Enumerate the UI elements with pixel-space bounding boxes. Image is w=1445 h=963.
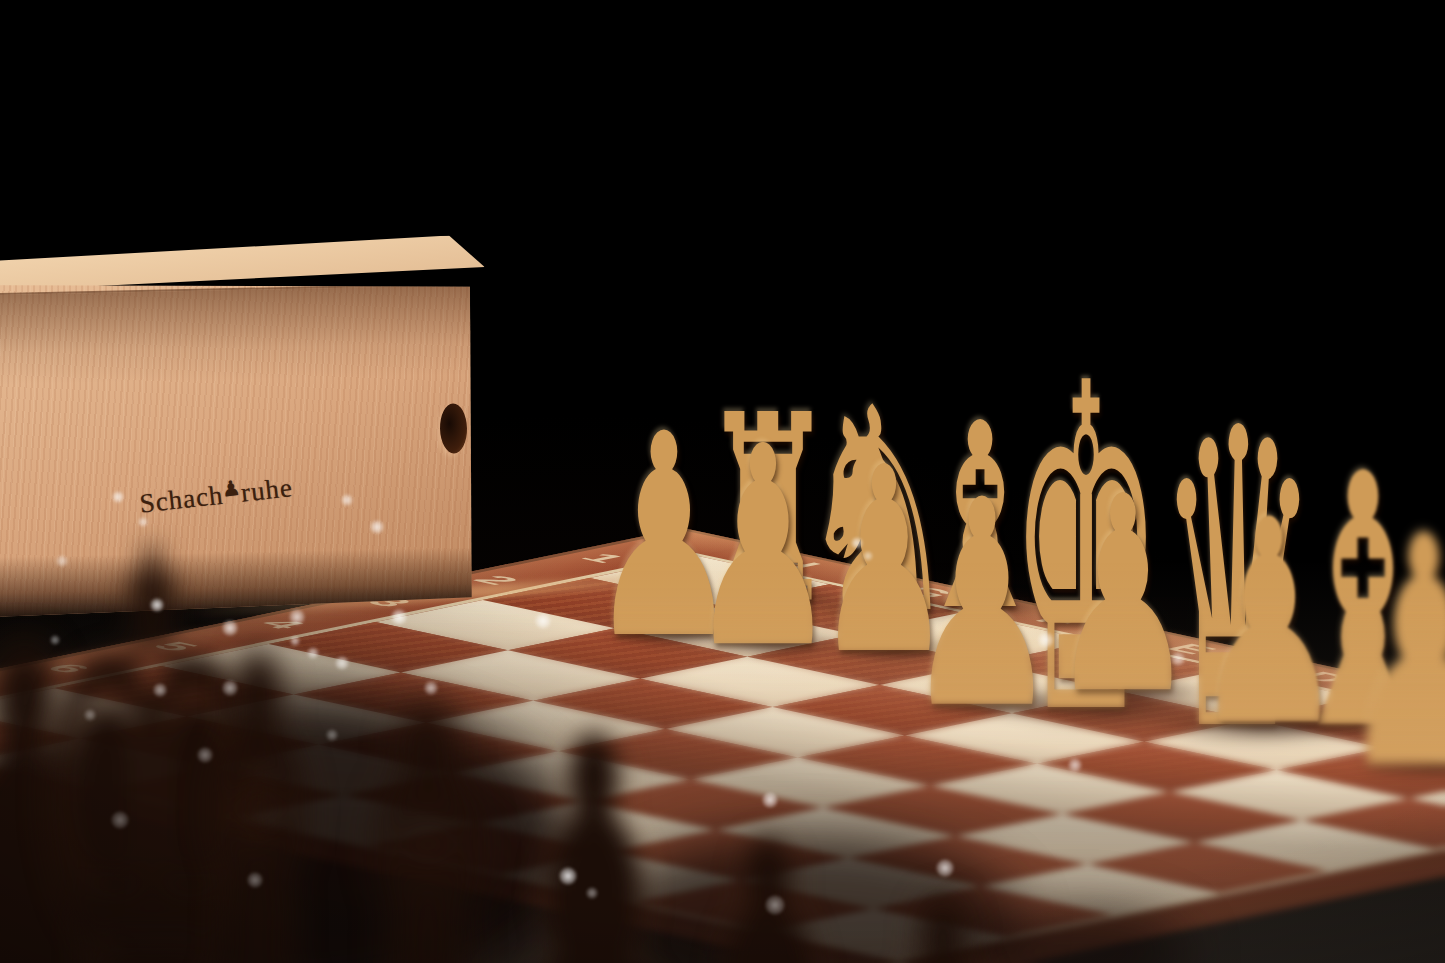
- bokeh-dot: [341, 494, 353, 506]
- bokeh-dot: [535, 613, 551, 629]
- bokeh-dot: [138, 517, 148, 527]
- bokeh-dot: [153, 683, 167, 697]
- bokeh-dot: [247, 872, 263, 888]
- bokeh-dot: [150, 598, 164, 612]
- bokeh-dot: [765, 895, 785, 915]
- bokeh-dot: [112, 491, 124, 503]
- bokeh-dot: [559, 867, 577, 885]
- bokeh-dot: [851, 537, 863, 549]
- bokeh-dot: [84, 709, 96, 721]
- bokeh-dot: [307, 647, 319, 659]
- bokeh-dot: [290, 636, 300, 646]
- bokeh-dot: [586, 887, 598, 899]
- bokeh-dot: [289, 609, 305, 625]
- bokeh-dot: [863, 551, 873, 561]
- bokeh-dot: [391, 609, 407, 625]
- bokeh-dot: [762, 792, 778, 808]
- bokeh-dot: [50, 635, 60, 645]
- bokeh-dot: [370, 520, 384, 534]
- bokeh-dot: [222, 620, 238, 636]
- bokeh-dot: [1038, 632, 1054, 648]
- bokeh-dot: [111, 811, 129, 829]
- bokeh-dot: [222, 680, 238, 696]
- bokeh-dot: [197, 747, 213, 763]
- bokeh-dot: [1171, 652, 1185, 666]
- bokeh-dot: [326, 729, 338, 741]
- bokeh-dot: [56, 555, 68, 567]
- bokeh-dot: [424, 681, 438, 695]
- bokeh-dot: [936, 859, 954, 877]
- bokeh-dot: [335, 656, 349, 670]
- bokeh-dot: [1068, 758, 1082, 772]
- chess-photo-scene: 12345678HGFEDCBA Schach♟ruhe ♜♞♝♚♛♝♟♟♟♟♟…: [0, 0, 1445, 963]
